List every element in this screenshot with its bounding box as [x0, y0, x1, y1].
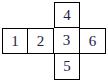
net-cell-face-4: 4: [54, 2, 80, 28]
net-cell-face-1: 1: [2, 28, 28, 54]
net-cell-face-2: 2: [28, 28, 54, 54]
net-cell-face-5: 5: [54, 54, 80, 80]
net-cell-face-6: 6: [80, 28, 106, 54]
cube-net-board: 4 1 2 3 6 5: [2, 2, 106, 80]
cube-net-diagram: 4 1 2 3 6 5: [0, 0, 108, 83]
net-cell-face-3: 3: [54, 28, 80, 54]
